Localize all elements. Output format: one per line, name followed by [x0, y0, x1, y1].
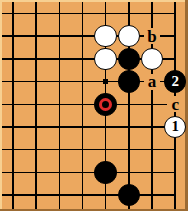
board-bevel-top [0, 0, 188, 2]
grid-line-horizontal [2, 172, 176, 174]
grid-line-vertical [82, 2, 84, 209]
board-bevel-bottom [0, 209, 188, 211]
black-stone [118, 48, 141, 71]
white-stone [94, 48, 117, 71]
grid-line-horizontal [2, 104, 176, 106]
grid-line-vertical [12, 2, 14, 209]
white-stone-1: 1 [164, 116, 187, 139]
grid-line-horizontal [2, 13, 176, 15]
grid-line-vertical [59, 2, 61, 209]
go-board-diagram: bac21 [0, 0, 188, 211]
move-number: 1 [171, 119, 179, 134]
white-stone [118, 25, 141, 48]
white-stone [141, 48, 164, 71]
grid-line-horizontal [2, 149, 176, 151]
star-point [103, 79, 108, 84]
black-stone-2: 2 [164, 70, 187, 93]
grid-line-horizontal [2, 126, 176, 128]
stones-layer: bac21 [0, 0, 188, 211]
board-bevel-right [185, 0, 188, 211]
move-number: 2 [171, 74, 179, 89]
circle-mark [99, 98, 112, 111]
black-stone [118, 184, 141, 207]
grid-line-vertical [35, 2, 37, 209]
black-stone [94, 161, 117, 184]
point-label-c: c [167, 96, 183, 112]
grid-line-horizontal [2, 194, 176, 196]
white-stone [94, 25, 117, 48]
point-label-a: a [144, 74, 160, 90]
go-board: bac21 [0, 0, 188, 211]
black-stone [118, 70, 141, 93]
board-bevel-left [0, 0, 2, 211]
circle-marked-black-stone [94, 93, 117, 116]
point-label-b: b [144, 28, 160, 44]
